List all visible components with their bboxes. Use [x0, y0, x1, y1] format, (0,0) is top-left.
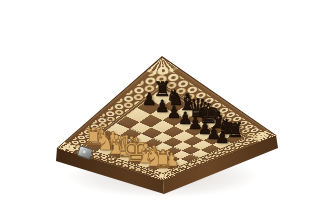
- product-photo-stage: ♜♞♝♛♚♝♞♜♟♟♟♟♟♟♟♟♟♟♟♟♟♟♟♟♜♞♝♛♚♝♞♜: [0, 0, 320, 214]
- pieces-layer: ♜♞♝♛♚♝♞♜♟♟♟♟♟♟♟♟♟♟♟♟♟♟♟♟♜♞♝♛♚♝♞♜: [0, 0, 320, 214]
- black-pawn[interactable]: ♟: [215, 129, 230, 146]
- white-rook[interactable]: ♜: [152, 150, 173, 174]
